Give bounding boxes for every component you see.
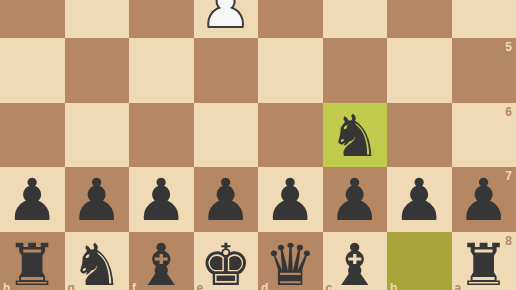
square-d7[interactable]: ♟ <box>258 167 323 232</box>
black-pawn[interactable]: ♟ <box>71 171 123 229</box>
square-d5[interactable] <box>258 38 323 103</box>
file-label-e: e <box>197 282 204 290</box>
square-f6[interactable] <box>129 103 194 168</box>
black-rook[interactable]: ♜ <box>6 236 58 290</box>
rank-label-6: 6 <box>505 106 512 118</box>
square-d6[interactable] <box>258 103 323 168</box>
square-c5[interactable] <box>323 38 388 103</box>
black-pawn[interactable]: ♟ <box>329 171 381 229</box>
square-b7[interactable]: ♟ <box>387 167 452 232</box>
file-label-g: g <box>68 282 75 290</box>
black-knight[interactable]: ♞ <box>329 107 381 165</box>
square-h5[interactable] <box>0 38 65 103</box>
black-bishop[interactable]: ♝ <box>135 236 187 290</box>
square-e6[interactable] <box>194 103 259 168</box>
square-f5[interactable] <box>129 38 194 103</box>
black-pawn[interactable]: ♟ <box>458 171 510 229</box>
white-pawn[interactable]: ♟ <box>200 0 252 36</box>
square-g4[interactable] <box>65 0 130 38</box>
file-label-f: f <box>132 282 136 290</box>
square-h6[interactable] <box>0 103 65 168</box>
square-g7[interactable]: ♟ <box>65 167 130 232</box>
file-label-h: h <box>3 282 10 290</box>
square-f4[interactable] <box>129 0 194 38</box>
black-rook[interactable]: ♜ <box>458 236 510 290</box>
square-f7[interactable]: ♟ <box>129 167 194 232</box>
black-pawn[interactable]: ♟ <box>200 171 252 229</box>
black-bishop[interactable]: ♝ <box>329 236 381 290</box>
black-queen[interactable]: ♛ <box>264 236 316 290</box>
file-label-a: a <box>455 282 462 290</box>
rank-label-7: 7 <box>505 170 512 182</box>
black-king[interactable]: ♚ <box>200 236 252 290</box>
board-grid: ♟♞♟♟♟♟♟♟♟♟♜♞♝♚♛♝♜ <box>0 0 516 290</box>
square-b6[interactable] <box>387 103 452 168</box>
file-label-b: b <box>390 282 397 290</box>
square-b5[interactable] <box>387 38 452 103</box>
rank-label-5: 5 <box>505 41 512 53</box>
black-pawn[interactable]: ♟ <box>6 171 58 229</box>
square-b4[interactable] <box>387 0 452 38</box>
file-label-d: d <box>261 282 268 290</box>
square-h4[interactable] <box>0 0 65 38</box>
black-pawn[interactable]: ♟ <box>264 171 316 229</box>
square-e4[interactable]: ♟ <box>194 0 259 38</box>
chess-board-viewport: ♟♞♟♟♟♟♟♟♟♟♜♞♝♚♛♝♜ 5678hgfedcba <box>0 0 516 290</box>
square-e5[interactable] <box>194 38 259 103</box>
square-d4[interactable] <box>258 0 323 38</box>
square-g6[interactable] <box>65 103 130 168</box>
black-knight[interactable]: ♞ <box>71 236 123 290</box>
square-c7[interactable]: ♟ <box>323 167 388 232</box>
black-pawn[interactable]: ♟ <box>393 171 445 229</box>
square-f8[interactable]: ♝ <box>129 232 194 290</box>
square-e7[interactable]: ♟ <box>194 167 259 232</box>
rank-label-8: 8 <box>505 235 512 247</box>
black-pawn[interactable]: ♟ <box>135 171 187 229</box>
square-a4[interactable] <box>452 0 516 38</box>
square-c6[interactable]: ♞ <box>323 103 388 168</box>
square-c4[interactable] <box>323 0 388 38</box>
square-h7[interactable]: ♟ <box>0 167 65 232</box>
file-label-c: c <box>326 282 333 290</box>
square-g5[interactable] <box>65 38 130 103</box>
